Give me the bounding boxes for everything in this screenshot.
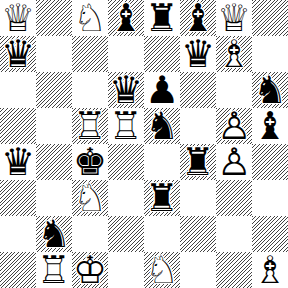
piece-black-bishop: ♝ [252,108,288,144]
piece-black-bishop: ♝ [108,0,144,36]
square-g5[interactable]: ♟♙ [216,108,252,144]
square-f3[interactable] [180,180,216,216]
square-c6[interactable] [72,72,108,108]
piece-black-knight: ♞ [144,108,180,144]
square-h7[interactable] [252,36,288,72]
piece-white-knight: ♘ [72,0,108,36]
square-c4[interactable]: ♚ [72,144,108,180]
piece-white-king: ♔ [72,252,108,288]
square-h1[interactable]: ♝♗ [252,252,288,288]
square-h2[interactable] [252,216,288,252]
square-d8[interactable]: ♝ [108,0,144,36]
square-c2[interactable] [72,216,108,252]
square-e4[interactable] [144,144,180,180]
square-d3[interactable] [108,180,144,216]
square-f1[interactable] [180,252,216,288]
square-d5[interactable]: ♜♖ [108,108,144,144]
square-b3[interactable] [36,180,72,216]
piece-black-knight: ♞ [252,72,288,108]
square-b7[interactable] [36,36,72,72]
piece-black-rook: ♜ [144,180,180,216]
piece-white-queen: ♕ [0,0,36,36]
square-a1[interactable] [0,252,36,288]
square-g1[interactable] [216,252,252,288]
square-b2[interactable]: ♞ [36,216,72,252]
piece-black-knight: ♞ [36,216,72,252]
piece-white-queen: ♕ [216,0,252,36]
square-f2[interactable] [180,216,216,252]
piece-black-queen: ♛ [0,36,36,72]
square-g7[interactable]: ♝♗ [216,36,252,72]
square-d4[interactable] [108,144,144,180]
square-f5[interactable] [180,108,216,144]
square-d2[interactable] [108,216,144,252]
piece-white-rook: ♖ [72,108,108,144]
square-b8[interactable] [36,0,72,36]
square-a8[interactable]: ♛♕ [0,0,36,36]
square-a4[interactable]: ♛ [0,144,36,180]
square-e5[interactable]: ♞ [144,108,180,144]
square-f7[interactable]: ♛ [180,36,216,72]
square-e2[interactable] [144,216,180,252]
square-h4[interactable] [252,144,288,180]
square-f4[interactable]: ♜ [180,144,216,180]
chess-board: ♛♕♞♘♝♜♝♛♕♛♛♝♗♛♟♞♜♖♜♖♞♟♙♝♛♚♜♟♙♞♘♜♞♜♖♚♔♞♘♝… [0,0,288,288]
square-e3[interactable]: ♜ [144,180,180,216]
square-a2[interactable] [0,216,36,252]
piece-white-bishop: ♗ [216,36,252,72]
square-d6[interactable]: ♛ [108,72,144,108]
square-e7[interactable] [144,36,180,72]
square-e8[interactable]: ♜ [144,0,180,36]
square-a6[interactable] [0,72,36,108]
square-g8[interactable]: ♛♕ [216,0,252,36]
piece-black-rook: ♜ [144,0,180,36]
square-f6[interactable] [180,72,216,108]
piece-black-queen: ♛ [0,144,36,180]
square-a5[interactable] [0,108,36,144]
square-g2[interactable] [216,216,252,252]
square-h5[interactable]: ♝ [252,108,288,144]
square-g3[interactable] [216,180,252,216]
piece-black-rook: ♜ [180,144,216,180]
square-b1[interactable]: ♜♖ [36,252,72,288]
square-c8[interactable]: ♞♘ [72,0,108,36]
piece-black-pawn: ♟ [144,72,180,108]
square-c7[interactable] [72,36,108,72]
square-c5[interactable]: ♜♖ [72,108,108,144]
square-c1[interactable]: ♚♔ [72,252,108,288]
square-b6[interactable] [36,72,72,108]
square-c3[interactable]: ♞♘ [72,180,108,216]
piece-black-king: ♚ [72,144,108,180]
square-h8[interactable] [252,0,288,36]
square-b4[interactable] [36,144,72,180]
square-d7[interactable] [108,36,144,72]
piece-white-rook: ♖ [36,252,72,288]
square-f8[interactable]: ♝ [180,0,216,36]
piece-white-knight: ♘ [72,180,108,216]
piece-white-bishop: ♗ [252,252,288,288]
piece-white-knight: ♘ [144,252,180,288]
piece-white-rook: ♖ [108,108,144,144]
square-a7[interactable]: ♛ [0,36,36,72]
square-e1[interactable]: ♞♘ [144,252,180,288]
piece-white-pawn: ♙ [216,144,252,180]
piece-black-queen: ♛ [108,72,144,108]
piece-black-queen: ♛ [180,36,216,72]
square-d1[interactable] [108,252,144,288]
square-h3[interactable] [252,180,288,216]
square-g6[interactable] [216,72,252,108]
square-h6[interactable]: ♞ [252,72,288,108]
piece-white-pawn: ♙ [216,108,252,144]
square-b5[interactable] [36,108,72,144]
square-a3[interactable] [0,180,36,216]
square-e6[interactable]: ♟ [144,72,180,108]
piece-black-bishop: ♝ [180,0,216,36]
square-g4[interactable]: ♟♙ [216,144,252,180]
